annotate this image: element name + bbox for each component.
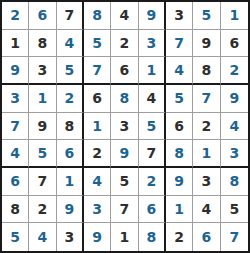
cell-r9c1[interactable]: 5	[2, 223, 29, 251]
cell-r3c7[interactable]: 4	[166, 57, 193, 85]
cell-r4c6[interactable]: 4	[139, 85, 166, 113]
cell-r2c8[interactable]: 9	[193, 30, 220, 58]
cell-r4c7[interactable]: 5	[166, 85, 193, 113]
cell-r5c3[interactable]: 8	[57, 113, 84, 141]
cell-r8c6[interactable]: 6	[139, 196, 166, 224]
cell-r6c4[interactable]: 2	[84, 140, 111, 168]
cell-r9c9[interactable]: 7	[221, 223, 248, 251]
cell-r9c7[interactable]: 2	[166, 223, 193, 251]
cell-r6c8[interactable]: 1	[193, 140, 220, 168]
cell-r3c3[interactable]: 5	[57, 57, 84, 85]
cell-r7c4[interactable]: 4	[84, 168, 111, 196]
cell-r9c4[interactable]: 9	[84, 223, 111, 251]
cell-r8c7[interactable]: 1	[166, 196, 193, 224]
cell-r1c1[interactable]: 2	[2, 2, 29, 30]
cell-r1c4[interactable]: 8	[84, 2, 111, 30]
cell-r5c7[interactable]: 6	[166, 113, 193, 141]
cell-r9c8[interactable]: 6	[193, 223, 220, 251]
cell-r8c4[interactable]: 3	[84, 196, 111, 224]
cell-r9c3[interactable]: 3	[57, 223, 84, 251]
cell-r1c2[interactable]: 6	[29, 2, 56, 30]
cell-r2c1[interactable]: 1	[2, 30, 29, 58]
cell-r9c6[interactable]: 8	[139, 223, 166, 251]
cell-r3c8[interactable]: 8	[193, 57, 220, 85]
cell-r6c2[interactable]: 5	[29, 140, 56, 168]
cell-r5c9[interactable]: 4	[221, 113, 248, 141]
cell-r5c8[interactable]: 2	[193, 113, 220, 141]
cell-r3c9[interactable]: 2	[221, 57, 248, 85]
cell-r3c6[interactable]: 1	[139, 57, 166, 85]
cell-r5c6[interactable]: 5	[139, 113, 166, 141]
cell-r7c6[interactable]: 2	[139, 168, 166, 196]
cell-r3c5[interactable]: 6	[111, 57, 138, 85]
cell-r5c2[interactable]: 9	[29, 113, 56, 141]
cell-r2c6[interactable]: 3	[139, 30, 166, 58]
cell-r5c1[interactable]: 7	[2, 113, 29, 141]
cell-r7c9[interactable]: 8	[221, 168, 248, 196]
cell-r1c8[interactable]: 5	[193, 2, 220, 30]
cell-r2c4[interactable]: 5	[84, 30, 111, 58]
cell-r1c5[interactable]: 4	[111, 2, 138, 30]
cell-r2c2[interactable]: 8	[29, 30, 56, 58]
cell-r2c7[interactable]: 7	[166, 30, 193, 58]
cell-r8c3[interactable]: 9	[57, 196, 84, 224]
cell-r1c7[interactable]: 3	[166, 2, 193, 30]
cell-r7c3[interactable]: 1	[57, 168, 84, 196]
cell-r9c2[interactable]: 4	[29, 223, 56, 251]
cell-r6c6[interactable]: 7	[139, 140, 166, 168]
cell-r6c7[interactable]: 8	[166, 140, 193, 168]
cell-r4c9[interactable]: 9	[221, 85, 248, 113]
cell-r8c9[interactable]: 5	[221, 196, 248, 224]
cell-r4c3[interactable]: 2	[57, 85, 84, 113]
cell-r7c5[interactable]: 5	[111, 168, 138, 196]
cell-r6c9[interactable]: 3	[221, 140, 248, 168]
cell-r3c2[interactable]: 3	[29, 57, 56, 85]
cell-r2c9[interactable]: 6	[221, 30, 248, 58]
cell-r8c8[interactable]: 4	[193, 196, 220, 224]
cell-r2c3[interactable]: 4	[57, 30, 84, 58]
cell-r7c7[interactable]: 9	[166, 168, 193, 196]
cell-r3c4[interactable]: 7	[84, 57, 111, 85]
cell-r7c8[interactable]: 3	[193, 168, 220, 196]
cell-r5c5[interactable]: 3	[111, 113, 138, 141]
cell-r6c5[interactable]: 9	[111, 140, 138, 168]
cell-r6c1[interactable]: 4	[2, 140, 29, 168]
cell-r1c6[interactable]: 9	[139, 2, 166, 30]
cell-r4c4[interactable]: 6	[84, 85, 111, 113]
cell-r4c1[interactable]: 3	[2, 85, 29, 113]
cell-r4c8[interactable]: 7	[193, 85, 220, 113]
cell-r2c5[interactable]: 2	[111, 30, 138, 58]
cell-r8c5[interactable]: 7	[111, 196, 138, 224]
cell-r4c2[interactable]: 1	[29, 85, 56, 113]
cell-r9c5[interactable]: 1	[111, 223, 138, 251]
cell-r7c2[interactable]: 7	[29, 168, 56, 196]
cell-r5c4[interactable]: 1	[84, 113, 111, 141]
cell-r3c1[interactable]: 9	[2, 57, 29, 85]
cell-r8c2[interactable]: 2	[29, 196, 56, 224]
cell-r1c3[interactable]: 7	[57, 2, 84, 30]
cell-r8c1[interactable]: 8	[2, 196, 29, 224]
cell-r1c9[interactable]: 1	[221, 2, 248, 30]
cell-r7c1[interactable]: 6	[2, 168, 29, 196]
cell-r6c3[interactable]: 6	[57, 140, 84, 168]
cell-r4c5[interactable]: 8	[111, 85, 138, 113]
sudoku-board: 2678493511845237969357614823126845797981…	[0, 0, 250, 253]
